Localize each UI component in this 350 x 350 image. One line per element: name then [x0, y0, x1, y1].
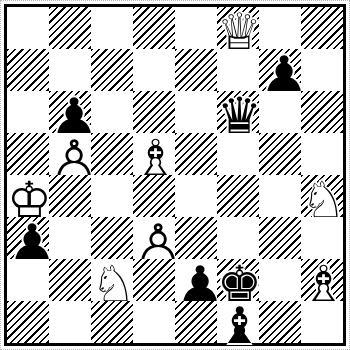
piece-white-knight: ♞♘	[301, 175, 343, 217]
square-a8[interactable]	[7, 7, 49, 49]
square-h2[interactable]: ♝♗	[301, 259, 343, 301]
square-g1[interactable]	[259, 301, 301, 343]
piece-halo: ♝	[217, 301, 262, 350]
square-g5[interactable]	[259, 133, 301, 175]
piece-glyph: ♝	[217, 301, 262, 350]
square-e2[interactable]: ♟♟	[175, 259, 217, 301]
square-b1[interactable]	[49, 301, 91, 343]
square-h4[interactable]: ♞♘	[301, 175, 343, 217]
square-f6[interactable]: ♛♛	[217, 91, 259, 133]
piece-white-pawn: ♟♙	[49, 133, 91, 175]
square-c8[interactable]	[91, 7, 133, 49]
square-e6[interactable]	[175, 91, 217, 133]
piece-white-pawn: ♟♙	[133, 217, 175, 259]
square-f5[interactable]	[217, 133, 259, 175]
square-e3[interactable]	[175, 217, 217, 259]
square-h5[interactable]	[301, 133, 343, 175]
chess-board: ♛♕♟♟♟♟♛♛♟♙♝♗♚♔♞♘♟♟♟♙♞♘♟♟♚♚♝♗♝♝	[7, 7, 343, 343]
square-c6[interactable]	[91, 91, 133, 133]
square-e8[interactable]	[175, 7, 217, 49]
square-e7[interactable]	[175, 49, 217, 91]
square-a2[interactable]	[7, 259, 49, 301]
piece-black-pawn: ♟♟	[175, 259, 217, 301]
square-a3[interactable]: ♟♟	[7, 217, 49, 259]
square-g8[interactable]	[259, 7, 301, 49]
square-c3[interactable]	[91, 217, 133, 259]
square-f1[interactable]: ♝♝	[217, 301, 259, 343]
square-d5[interactable]: ♝♗	[133, 133, 175, 175]
square-d4[interactable]	[133, 175, 175, 217]
square-c2[interactable]: ♞♘	[91, 259, 133, 301]
square-g7[interactable]: ♟♟	[259, 49, 301, 91]
square-e1[interactable]	[175, 301, 217, 343]
board-frame: ♛♕♟♟♟♟♛♛♟♙♝♗♚♔♞♘♟♟♟♙♞♘♟♟♚♚♝♗♝♝	[4, 4, 346, 346]
piece-white-knight: ♞♘	[91, 259, 133, 301]
square-b2[interactable]	[49, 259, 91, 301]
square-f3[interactable]	[217, 217, 259, 259]
square-g3[interactable]	[259, 217, 301, 259]
square-h1[interactable]	[301, 301, 343, 343]
square-d2[interactable]	[133, 259, 175, 301]
piece-black-pawn: ♟♟	[49, 91, 91, 133]
piece-black-bishop: ♝♝	[217, 301, 259, 343]
square-d7[interactable]	[133, 49, 175, 91]
square-f7[interactable]	[217, 49, 259, 91]
square-c5[interactable]	[91, 133, 133, 175]
square-c4[interactable]	[91, 175, 133, 217]
square-c1[interactable]	[91, 301, 133, 343]
square-g6[interactable]	[259, 91, 301, 133]
square-g4[interactable]	[259, 175, 301, 217]
square-e4[interactable]	[175, 175, 217, 217]
piece-black-queen: ♛♛	[217, 91, 259, 133]
square-a6[interactable]	[7, 91, 49, 133]
square-b7[interactable]	[49, 49, 91, 91]
piece-black-king: ♚♚	[217, 259, 259, 301]
square-b4[interactable]	[49, 175, 91, 217]
square-h6[interactable]	[301, 91, 343, 133]
square-a1[interactable]	[7, 301, 49, 343]
square-f2[interactable]: ♚♚	[217, 259, 259, 301]
square-b6[interactable]: ♟♟	[49, 91, 91, 133]
square-d6[interactable]	[133, 91, 175, 133]
square-f8[interactable]: ♛♕	[217, 7, 259, 49]
square-b3[interactable]	[49, 217, 91, 259]
square-h7[interactable]	[301, 49, 343, 91]
square-d8[interactable]	[133, 7, 175, 49]
square-f4[interactable]	[217, 175, 259, 217]
square-g2[interactable]	[259, 259, 301, 301]
square-d3[interactable]: ♟♙	[133, 217, 175, 259]
piece-white-king: ♚♔	[7, 175, 49, 217]
square-a4[interactable]: ♚♔	[7, 175, 49, 217]
square-h8[interactable]	[301, 7, 343, 49]
square-c7[interactable]	[91, 49, 133, 91]
chess-diagram: ♛♕♟♟♟♟♛♛♟♙♝♗♚♔♞♘♟♟♟♙♞♘♟♟♚♚♝♗♝♝	[0, 0, 350, 350]
piece-black-pawn: ♟♟	[259, 49, 301, 91]
piece-white-queen: ♛♕	[217, 7, 259, 49]
square-h3[interactable]	[301, 217, 343, 259]
piece-black-pawn: ♟♟	[7, 217, 49, 259]
square-a7[interactable]	[7, 49, 49, 91]
piece-white-bishop: ♝♗	[133, 133, 175, 175]
square-d1[interactable]	[133, 301, 175, 343]
square-a5[interactable]	[7, 133, 49, 175]
piece-white-bishop: ♝♗	[301, 259, 343, 301]
square-e5[interactable]	[175, 133, 217, 175]
square-b5[interactable]: ♟♙	[49, 133, 91, 175]
square-b8[interactable]	[49, 7, 91, 49]
